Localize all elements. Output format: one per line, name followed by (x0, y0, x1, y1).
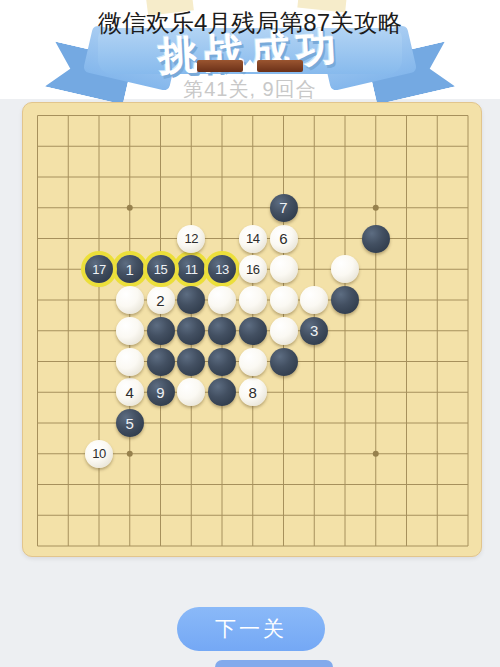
next-level-button[interactable]: 下一关 (177, 607, 325, 651)
page: 挑战成功 第41关, 9回合 微信欢乐4月残局第87关攻略 1234567891… (0, 0, 500, 667)
stone-black (208, 317, 236, 345)
stone-number: 7 (279, 200, 287, 215)
stone-white (116, 348, 144, 376)
stone-white (239, 348, 267, 376)
stone-white-12: 12 (177, 225, 205, 253)
stone-number: 10 (92, 447, 105, 460)
stone-black (147, 348, 175, 376)
stone-black (147, 317, 175, 345)
stone-black-13: 13 (208, 255, 236, 283)
stone-number: 13 (215, 263, 228, 276)
stone-black-17: 17 (85, 255, 113, 283)
stone-white (208, 286, 236, 314)
stone-white-14: 14 (239, 225, 267, 253)
stone-black (208, 348, 236, 376)
stone-black-1: 1 (116, 255, 144, 283)
stone-number: 1 (126, 262, 134, 277)
stone-black (331, 286, 359, 314)
stone-white-2: 2 (147, 286, 175, 314)
stone-number: 9 (156, 385, 164, 400)
stone-number: 15 (154, 263, 167, 276)
seal-bar-left-icon (197, 60, 243, 72)
stone-white-8: 8 (239, 378, 267, 406)
stone-white (270, 317, 298, 345)
stone-white (270, 255, 298, 283)
stone-white-4: 4 (116, 378, 144, 406)
stone-number: 17 (92, 263, 105, 276)
bottom-partial-button[interactable] (215, 660, 333, 667)
seal-bar-right-icon (257, 60, 303, 72)
stone-number: 11 (185, 263, 198, 276)
stone-black-3: 3 (300, 317, 328, 345)
gomoku-board[interactable]: 1234567891011121314151617 (22, 102, 482, 557)
stone-white (116, 317, 144, 345)
stone-number: 12 (185, 232, 198, 245)
stone-number: 16 (246, 263, 259, 276)
stone-white-16: 16 (239, 255, 267, 283)
stone-number: 8 (249, 385, 257, 400)
stone-black-11: 11 (177, 255, 205, 283)
stone-black (177, 317, 205, 345)
stone-white (331, 255, 359, 283)
stone-black (208, 378, 236, 406)
stone-white (239, 286, 267, 314)
stone-white (177, 378, 205, 406)
page-title: 微信欢乐4月残局第87关攻略 (0, 7, 500, 39)
stone-white (300, 286, 328, 314)
stone-number: 5 (126, 416, 134, 431)
stone-number: 3 (310, 323, 318, 338)
stone-black (177, 286, 205, 314)
stone-white (116, 286, 144, 314)
stone-black (177, 348, 205, 376)
stone-number: 14 (246, 232, 259, 245)
stone-black (239, 317, 267, 345)
stone-black-5: 5 (116, 409, 144, 437)
stone-black-15: 15 (147, 255, 175, 283)
stone-black-7: 7 (270, 194, 298, 222)
stone-black (270, 348, 298, 376)
stone-black (362, 225, 390, 253)
stone-number: 2 (156, 293, 164, 308)
stones-layer: 1234567891011121314151617 (23, 103, 481, 556)
stone-number: 4 (126, 385, 134, 400)
stone-black-9: 9 (147, 378, 175, 406)
stone-white (270, 286, 298, 314)
stone-number: 6 (279, 231, 287, 246)
stone-white-10: 10 (85, 440, 113, 468)
banner-subtitle: 第41关, 9回合 (0, 76, 500, 103)
stone-white-6: 6 (270, 225, 298, 253)
